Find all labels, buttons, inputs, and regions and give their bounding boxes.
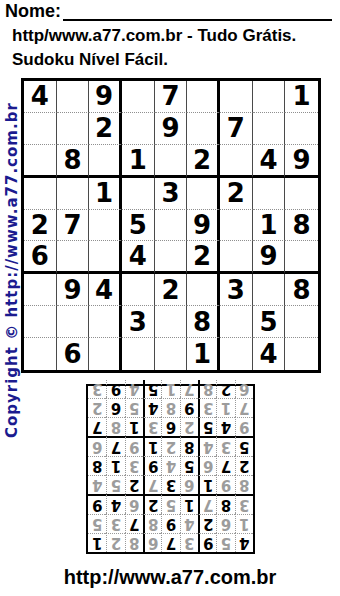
solution-cell-r6c6: 1 xyxy=(143,436,161,456)
solution-cell-r8c2: 1 xyxy=(216,398,234,417)
solution-cell-r2c3: 2 xyxy=(198,514,216,533)
solution-cell-r8c4: 9 xyxy=(180,398,198,417)
puzzle-cell-r3c9: 9 xyxy=(285,145,318,178)
puzzle-cell-r9c6: 1 xyxy=(187,338,220,370)
puzzle-cell-r1c4[interactable] xyxy=(122,81,155,113)
solution-cell-r8c3: 3 xyxy=(198,398,216,417)
solution-cell-r3c6: 2 xyxy=(143,494,161,514)
puzzle-cell-r8c6: 8 xyxy=(187,306,220,338)
puzzle-cell-r4c6[interactable] xyxy=(187,178,220,210)
solution-cell-r6c9: 6 xyxy=(88,436,106,456)
solution-cell-r5c3: 6 xyxy=(198,456,216,475)
puzzle-cell-r9c3[interactable] xyxy=(89,338,122,370)
puzzle-cell-r2c5: 9 xyxy=(155,113,188,145)
puzzle-cell-r7c2: 9 xyxy=(57,274,90,306)
puzzle-cell-r4c5: 3 xyxy=(155,178,188,210)
solution-cell-r5c8: 1 xyxy=(106,456,124,475)
solution-cell-r4c7: 2 xyxy=(125,475,143,494)
puzzle-cell-r2c2[interactable] xyxy=(57,113,90,145)
puzzle-cell-r5c4: 5 xyxy=(122,210,155,242)
puzzle-cell-r3c5[interactable] xyxy=(155,145,188,178)
puzzle-cell-r6c3[interactable] xyxy=(89,241,122,274)
puzzle-cell-r8c1[interactable] xyxy=(24,306,57,338)
solution-cell-r7c2: 4 xyxy=(216,417,234,436)
solution-cell-r6c3: 4 xyxy=(198,436,216,456)
solution-cell-r3c8: 4 xyxy=(106,494,124,514)
solution-cell-r4c2: 9 xyxy=(216,475,234,494)
solution-cell-r2c7: 7 xyxy=(125,514,143,533)
puzzle-cell-r2c9[interactable] xyxy=(285,113,318,145)
puzzle-cell-r9c9[interactable] xyxy=(285,338,318,370)
solution-cell-r9c6: 5 xyxy=(143,380,161,398)
puzzle-cell-r8c9[interactable] xyxy=(285,306,318,338)
solution-cell-r5c1: 2 xyxy=(235,456,253,475)
puzzle-cell-r9c7[interactable] xyxy=(220,338,253,370)
solution-cell-r1c1: 4 xyxy=(235,533,253,552)
solution-cell-r3c3: 7 xyxy=(198,494,216,514)
solution-cell-r3c7: 6 xyxy=(125,494,143,514)
solution-cell-r1c3: 9 xyxy=(198,533,216,552)
solution-cell-r1c5: 7 xyxy=(161,533,179,552)
solution-cell-r8c1: 7 xyxy=(235,398,253,417)
solution-grid: 4593768211624987353871526498916372542765… xyxy=(86,384,255,554)
puzzle-cell-r6c5[interactable] xyxy=(155,241,188,274)
puzzle-cell-r2c8[interactable] xyxy=(253,113,286,145)
puzzle-cell-r1c3: 9 xyxy=(89,81,122,113)
puzzle-cell-r5c2: 7 xyxy=(57,210,90,242)
puzzle-cell-r6c7[interactable] xyxy=(220,241,253,274)
puzzle-cell-r7c3: 4 xyxy=(89,274,122,306)
solution-cell-r8c5: 8 xyxy=(161,398,179,417)
solution-cell-r6c2: 3 xyxy=(216,436,234,456)
puzzle-cell-r5c3[interactable] xyxy=(89,210,122,242)
puzzle-level-title: Sudoku Nível Fácil. xyxy=(12,50,168,70)
solution-cell-r4c4: 6 xyxy=(180,475,198,494)
puzzle-cell-r4c8[interactable] xyxy=(253,178,286,210)
puzzle-cell-r7c7: 3 xyxy=(220,274,253,306)
puzzle-cell-r4c4[interactable] xyxy=(122,178,155,210)
puzzle-cell-r5c8: 1 xyxy=(253,210,286,242)
puzzle-cell-r1c7[interactable] xyxy=(220,81,253,113)
puzzle-cell-r3c4: 1 xyxy=(122,145,155,178)
solution-cell-r3c4: 1 xyxy=(180,494,198,514)
puzzle-cell-r9c4[interactable] xyxy=(122,338,155,370)
puzzle-cell-r6c2[interactable] xyxy=(57,241,90,274)
puzzle-cell-r8c4: 3 xyxy=(122,306,155,338)
footer-url: http://www.a77.com.br xyxy=(0,566,340,589)
solution-cell-r1c2: 5 xyxy=(216,533,234,552)
solution-cell-r9c1: 6 xyxy=(235,380,253,398)
solution-cell-r5c6: 9 xyxy=(143,456,161,475)
puzzle-cell-r7c4[interactable] xyxy=(122,274,155,306)
puzzle-grid: 497129781249132275918642994238385614 xyxy=(21,78,321,373)
puzzle-cell-r1c6[interactable] xyxy=(187,81,220,113)
puzzle-cell-r6c6: 2 xyxy=(187,241,220,274)
solution-cell-r5c7: 3 xyxy=(125,456,143,475)
solution-cell-r6c5: 2 xyxy=(161,436,179,456)
solution-cell-r8c8: 6 xyxy=(106,398,124,417)
puzzle-cell-r5c1: 2 xyxy=(24,210,57,242)
solution-cell-r4c8: 5 xyxy=(106,475,124,494)
solution-cell-r7c4: 2 xyxy=(180,417,198,436)
puzzle-cell-r6c1: 6 xyxy=(24,241,57,274)
puzzle-cell-r5c5[interactable] xyxy=(155,210,188,242)
puzzle-cell-r1c8[interactable] xyxy=(253,81,286,113)
puzzle-cell-r2c4[interactable] xyxy=(122,113,155,145)
puzzle-cell-r1c1: 4 xyxy=(24,81,57,113)
name-row: Nome: xyxy=(5,2,332,21)
copyright-vertical-text: Copyright © http://www.a77.com.br xyxy=(3,102,21,438)
solution-cell-r7c1: 9 xyxy=(235,417,253,436)
puzzle-cell-r1c2[interactable] xyxy=(57,81,90,113)
solution-cell-r4c5: 3 xyxy=(161,475,179,494)
puzzle-cell-r7c1[interactable] xyxy=(24,274,57,306)
puzzle-cell-r7c5: 2 xyxy=(155,274,188,306)
puzzle-cell-r2c7: 7 xyxy=(220,113,253,145)
puzzle-cell-r3c7[interactable] xyxy=(220,145,253,178)
puzzle-cell-r3c3[interactable] xyxy=(89,145,122,178)
puzzle-cell-r9c5[interactable] xyxy=(155,338,188,370)
puzzle-cell-r8c3[interactable] xyxy=(89,306,122,338)
solution-cell-r3c2: 8 xyxy=(216,494,234,514)
solution-cell-r9c3: 8 xyxy=(198,380,216,398)
solution-cell-r7c5: 6 xyxy=(161,417,179,436)
solution-cell-r8c6: 4 xyxy=(143,398,161,417)
solution-cell-r8c9: 2 xyxy=(88,398,106,417)
puzzle-cell-r5c9: 8 xyxy=(285,210,318,242)
puzzle-cell-r6c8: 9 xyxy=(253,241,286,274)
solution-cell-r9c5: 1 xyxy=(161,380,179,398)
solution-cell-r9c4: 7 xyxy=(180,380,198,398)
site-title: http/www.a77.com.br - Tudo Grátis. xyxy=(12,26,296,46)
puzzle-cell-r4c1[interactable] xyxy=(24,178,57,210)
solution-cell-r5c9: 8 xyxy=(88,456,106,475)
puzzle-cell-r8c8: 5 xyxy=(253,306,286,338)
solution-cell-r4c9: 4 xyxy=(88,475,106,494)
puzzle-cell-r7c8[interactable] xyxy=(253,274,286,306)
puzzle-cell-r5c7[interactable] xyxy=(220,210,253,242)
solution-cell-r3c9: 9 xyxy=(88,494,106,514)
solution-cell-r2c1: 1 xyxy=(235,514,253,533)
solution-cell-r6c7: 9 xyxy=(125,436,143,456)
puzzle-cell-r9c8: 4 xyxy=(253,338,286,370)
puzzle-cell-r3c2: 8 xyxy=(57,145,90,178)
name-label: Nome: xyxy=(5,2,61,21)
puzzle-cell-r4c3: 1 xyxy=(89,178,122,210)
solution-cell-r5c2: 7 xyxy=(216,456,234,475)
solution-cell-r3c1: 3 xyxy=(235,494,253,514)
solution-cell-r2c5: 9 xyxy=(161,514,179,533)
solution-cell-r7c9: 7 xyxy=(88,417,106,436)
solution-cell-r9c7: 4 xyxy=(125,380,143,398)
solution-cell-r6c1: 5 xyxy=(235,436,253,456)
solution-cell-r7c8: 8 xyxy=(106,417,124,436)
solution-cell-r2c6: 8 xyxy=(143,514,161,533)
puzzle-cell-r2c6[interactable] xyxy=(187,113,220,145)
solution-cell-r7c6: 3 xyxy=(143,417,161,436)
solution-cell-r2c2: 6 xyxy=(216,514,234,533)
solution-cell-r1c7: 8 xyxy=(125,533,143,552)
solution-cell-r7c3: 5 xyxy=(198,417,216,436)
puzzle-cell-r4c2[interactable] xyxy=(57,178,90,210)
puzzle-cell-r1c5: 7 xyxy=(155,81,188,113)
puzzle-cell-r4c7: 2 xyxy=(220,178,253,210)
solution-cell-r2c4: 4 xyxy=(180,514,198,533)
puzzle-cell-r1c9: 1 xyxy=(285,81,318,113)
puzzle-cell-r7c9: 8 xyxy=(285,274,318,306)
puzzle-cell-r3c1[interactable] xyxy=(24,145,57,178)
puzzle-cell-r9c1[interactable] xyxy=(24,338,57,370)
solution-cell-r2c9: 5 xyxy=(88,514,106,533)
solution-cell-r1c9: 1 xyxy=(88,533,106,552)
solution-cell-r5c4: 5 xyxy=(180,456,198,475)
puzzle-cell-r3c8: 4 xyxy=(253,145,286,178)
solution-cell-r4c3: 1 xyxy=(198,475,216,494)
solution-cell-r1c4: 3 xyxy=(180,533,198,552)
puzzle-cell-r7c6[interactable] xyxy=(187,274,220,306)
puzzle-cell-r6c4: 4 xyxy=(122,241,155,274)
sudoku-sheet: Nome: http/www.a77.com.br - Tudo Grátis.… xyxy=(0,0,340,596)
name-blank-line xyxy=(63,4,332,21)
puzzle-cell-r9c2: 6 xyxy=(57,338,90,370)
solution-cell-r6c8: 7 xyxy=(106,436,124,456)
solution-cell-r9c9: 3 xyxy=(88,380,106,398)
solution-cell-r6c4: 8 xyxy=(180,436,198,456)
puzzle-cell-r8c7[interactable] xyxy=(220,306,253,338)
solution-cell-r9c8: 9 xyxy=(106,380,124,398)
solution-cell-r3c5: 5 xyxy=(161,494,179,514)
solution-cell-r1c6: 6 xyxy=(143,533,161,552)
solution-cell-r1c8: 2 xyxy=(106,533,124,552)
puzzle-cell-r5c6: 9 xyxy=(187,210,220,242)
puzzle-cell-r8c5[interactable] xyxy=(155,306,188,338)
solution-cell-r8c7: 5 xyxy=(125,398,143,417)
puzzle-cell-r6c9[interactable] xyxy=(285,241,318,274)
puzzle-cell-r2c1[interactable] xyxy=(24,113,57,145)
solution-cell-r4c1: 8 xyxy=(235,475,253,494)
solution-cell-r2c8: 3 xyxy=(106,514,124,533)
puzzle-cell-r8c2[interactable] xyxy=(57,306,90,338)
solution-cell-r4c6: 7 xyxy=(143,475,161,494)
solution-cell-r5c5: 4 xyxy=(161,456,179,475)
puzzle-cell-r4c9[interactable] xyxy=(285,178,318,210)
puzzle-cell-r2c3: 2 xyxy=(89,113,122,145)
solution-cell-r7c7: 1 xyxy=(125,417,143,436)
solution-cell-r9c2: 2 xyxy=(216,380,234,398)
puzzle-cell-r3c6: 2 xyxy=(187,145,220,178)
